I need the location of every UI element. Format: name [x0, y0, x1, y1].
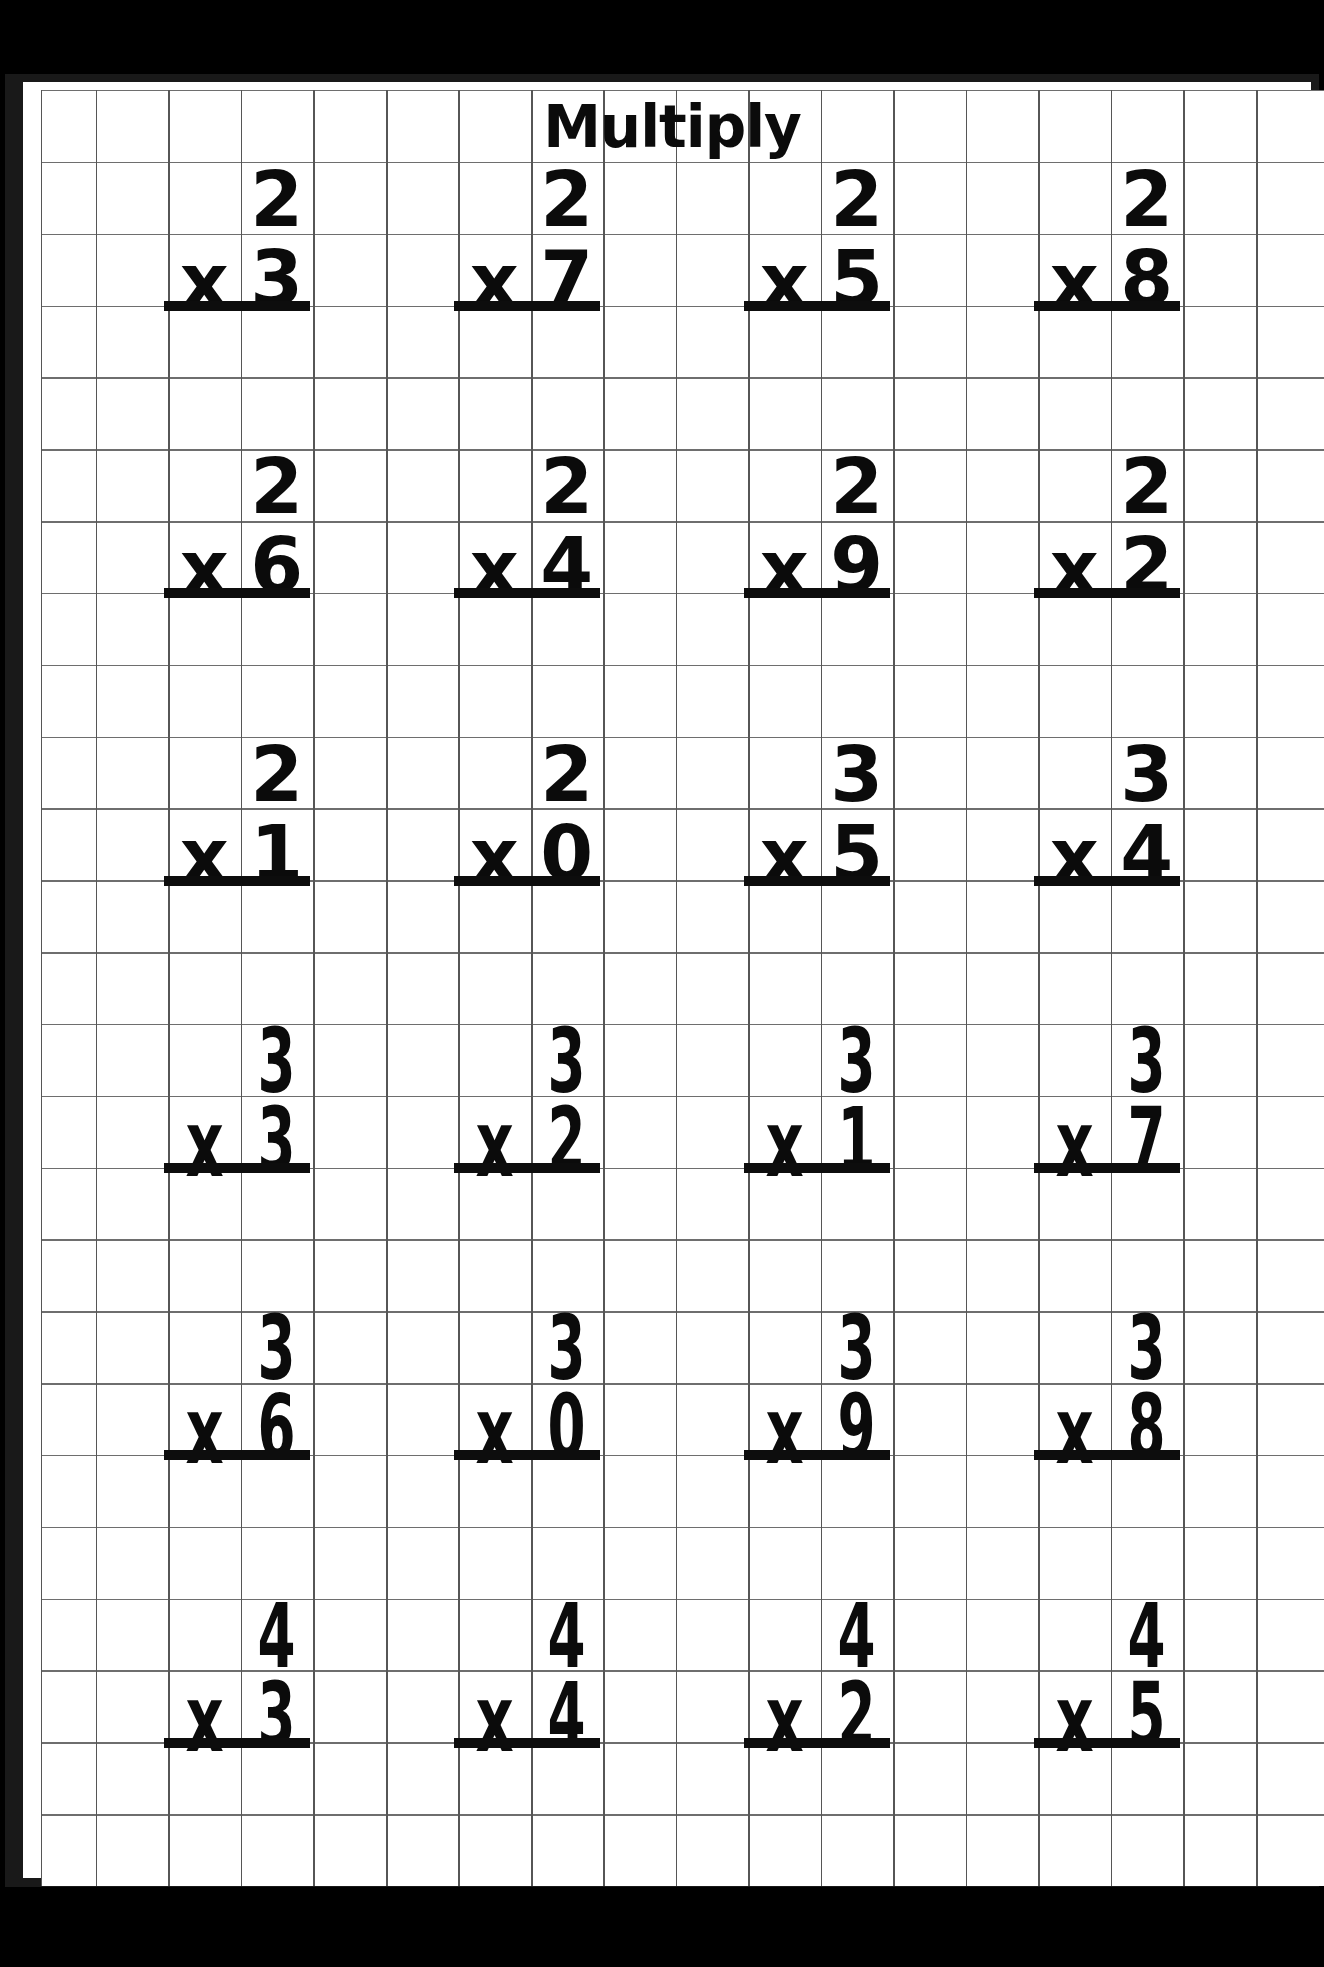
- problem-6-1: 4 x 3: [168, 1599, 313, 1743]
- multiplicand-digit: 2: [821, 162, 894, 238]
- multiplicand-digit: 2: [821, 449, 894, 525]
- answer-line: [454, 1163, 600, 1173]
- multiplicand-digit: 3: [821, 737, 894, 813]
- problem-3-2: 2 x 0: [458, 737, 603, 881]
- answer-line: [454, 1450, 600, 1460]
- problem-1-3: 2 x 5: [748, 162, 893, 306]
- problem-5-3: 3 x 9: [748, 1311, 893, 1455]
- answer-line: [164, 301, 310, 311]
- answer-line: [1034, 1450, 1180, 1460]
- problem-5-2: 3 x 0: [458, 1311, 603, 1455]
- answer-line: [454, 301, 600, 311]
- problem-4-1: 3 x 3: [168, 1024, 313, 1168]
- graph-paper: Multiply 2 x 3 2 x 7 2 x 5 2 x 8 2: [41, 90, 1324, 1886]
- problem-2-2: 2 x 4: [458, 449, 603, 593]
- multiplicand-digit: 2: [531, 449, 604, 525]
- problem-3-4: 3 x 4: [1038, 737, 1183, 881]
- answer-line: [744, 876, 890, 886]
- answer-line: [744, 1163, 890, 1173]
- problem-6-2: 4 x 4: [458, 1599, 603, 1743]
- problem-4-3: 3 x 1: [748, 1024, 893, 1168]
- answer-line: [454, 876, 600, 886]
- answer-line: [454, 588, 600, 598]
- problem-2-3: 2 x 9: [748, 449, 893, 593]
- answer-line: [164, 1450, 310, 1460]
- problem-2-1: 2 x 6: [168, 449, 313, 593]
- answer-line: [164, 876, 310, 886]
- problem-1-4: 2 x 8: [1038, 162, 1183, 306]
- problem-6-3: 4 x 2: [748, 1599, 893, 1743]
- multiplicand-digit: 2: [531, 737, 604, 813]
- problem-4-4: 3 x 7: [1038, 1024, 1183, 1168]
- problem-2-4: 2 x 2: [1038, 449, 1183, 593]
- multiplicand-digit: 2: [241, 737, 314, 813]
- problem-5-1: 3 x 6: [168, 1311, 313, 1455]
- answer-line: [164, 1163, 310, 1173]
- multiplicand-digit: 2: [531, 162, 604, 238]
- answer-line: [1034, 588, 1180, 598]
- worksheet-title: Multiply: [561, 90, 783, 164]
- problem-5-4: 3 x 8: [1038, 1311, 1183, 1455]
- problem-4-2: 3 x 2: [458, 1024, 603, 1168]
- answer-line: [1034, 1163, 1180, 1173]
- answer-line: [164, 588, 310, 598]
- multiplicand-digit: 2: [1111, 449, 1184, 525]
- problem-1-2: 2 x 7: [458, 162, 603, 306]
- answer-line: [454, 1738, 600, 1748]
- multiplicand-digit: 2: [241, 449, 314, 525]
- problem-3-3: 3 x 5: [748, 737, 893, 881]
- problem-3-1: 2 x 1: [168, 737, 313, 881]
- scan-background: { "game": "multiplication-worksheet", "t…: [0, 0, 1324, 1967]
- answer-line: [744, 301, 890, 311]
- answer-line: [1034, 301, 1180, 311]
- answer-line: [164, 1738, 310, 1748]
- answer-line: [744, 1450, 890, 1460]
- answer-line: [1034, 876, 1180, 886]
- problem-1-1: 2 x 3: [168, 162, 313, 306]
- worksheet-page: Multiply 2 x 3 2 x 7 2 x 5 2 x 8 2: [5, 74, 1319, 1887]
- answer-line: [1034, 1738, 1180, 1748]
- multiplicand-digit: 2: [241, 162, 314, 238]
- problem-6-4: 4 x 5: [1038, 1599, 1183, 1743]
- answer-line: [744, 1738, 890, 1748]
- multiplicand-digit: 3: [1111, 737, 1184, 813]
- multiplicand-digit: 2: [1111, 162, 1184, 238]
- answer-line: [744, 588, 890, 598]
